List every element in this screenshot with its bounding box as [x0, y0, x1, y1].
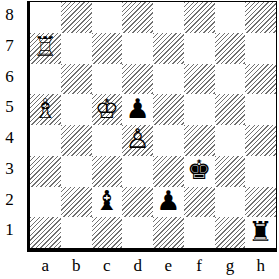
square-f4[interactable]	[184, 125, 215, 156]
file-label-a: a	[30, 256, 61, 276]
chess-diagram-page: ♖♗♔♟♙♚♝♟♜ 87654321 abcdefgh	[0, 0, 279, 279]
square-e3[interactable]	[153, 156, 184, 187]
piece-black-pawn[interactable]: ♟	[156, 187, 180, 216]
piece-black-king[interactable]: ♚	[187, 156, 211, 185]
piece-black-pawn[interactable]: ♟	[126, 94, 150, 123]
square-h3[interactable]	[245, 156, 276, 187]
square-e6[interactable]	[153, 64, 184, 95]
square-c3[interactable]	[92, 156, 123, 187]
square-c8[interactable]	[92, 2, 123, 33]
square-c5[interactable]: ♔	[92, 94, 123, 125]
square-b8[interactable]	[61, 2, 92, 33]
square-h1[interactable]: ♜	[245, 217, 276, 248]
square-a6[interactable]	[30, 64, 61, 95]
piece-white-bishop[interactable]: ♗	[33, 94, 57, 123]
square-f1[interactable]	[184, 217, 215, 248]
file-label-f: f	[184, 256, 215, 276]
chess-board: ♖♗♔♟♙♚♝♟♜	[30, 2, 276, 248]
square-h2[interactable]	[245, 187, 276, 218]
file-label-c: c	[92, 256, 123, 276]
square-c7[interactable]	[92, 33, 123, 64]
square-c1[interactable]	[92, 217, 123, 248]
square-a4[interactable]	[30, 125, 61, 156]
square-f5[interactable]	[184, 94, 215, 125]
square-e2[interactable]: ♟	[153, 187, 184, 218]
square-c2[interactable]: ♝	[92, 187, 123, 218]
square-f7[interactable]	[184, 33, 215, 64]
square-d7[interactable]	[122, 33, 153, 64]
rank-label-5: 5	[1, 98, 18, 116]
square-f3[interactable]: ♚	[184, 156, 215, 187]
square-a3[interactable]	[30, 156, 61, 187]
square-g3[interactable]	[215, 156, 246, 187]
square-c6[interactable]	[92, 64, 123, 95]
piece-white-pawn[interactable]: ♙	[126, 125, 150, 154]
square-g5[interactable]	[215, 94, 246, 125]
piece-black-bishop[interactable]: ♝	[95, 187, 119, 216]
square-g4[interactable]	[215, 125, 246, 156]
square-g1[interactable]	[215, 217, 246, 248]
rank-label-2: 2	[1, 191, 18, 209]
square-d6[interactable]	[122, 64, 153, 95]
square-g6[interactable]	[215, 64, 246, 95]
rank-label-1: 1	[1, 221, 18, 239]
square-a8[interactable]	[30, 2, 61, 33]
rank-label-8: 8	[1, 6, 18, 24]
square-e5[interactable]	[153, 94, 184, 125]
file-label-b: b	[61, 256, 92, 276]
square-b6[interactable]	[61, 64, 92, 95]
square-h8[interactable]	[245, 2, 276, 33]
square-h5[interactable]	[245, 94, 276, 125]
rank-label-6: 6	[1, 68, 18, 86]
square-d4[interactable]: ♙	[122, 125, 153, 156]
square-a5[interactable]: ♗	[30, 94, 61, 125]
piece-white-king[interactable]: ♔	[95, 94, 119, 123]
square-a7[interactable]: ♖	[30, 33, 61, 64]
square-c4[interactable]	[92, 125, 123, 156]
square-f6[interactable]	[184, 64, 215, 95]
square-a1[interactable]	[30, 217, 61, 248]
rank-label-4: 4	[1, 129, 18, 147]
file-label-d: d	[122, 256, 153, 276]
square-b2[interactable]	[61, 187, 92, 218]
square-e1[interactable]	[153, 217, 184, 248]
square-g8[interactable]	[215, 2, 246, 33]
square-e4[interactable]	[153, 125, 184, 156]
square-b7[interactable]	[61, 33, 92, 64]
square-g7[interactable]	[215, 33, 246, 64]
square-e8[interactable]	[153, 2, 184, 33]
piece-white-rook[interactable]: ♖	[33, 33, 57, 62]
piece-black-rook[interactable]: ♜	[249, 217, 273, 246]
square-g2[interactable]	[215, 187, 246, 218]
file-label-e: e	[153, 256, 184, 276]
square-h6[interactable]	[245, 64, 276, 95]
square-b1[interactable]	[61, 217, 92, 248]
square-d5[interactable]: ♟	[122, 94, 153, 125]
square-b4[interactable]	[61, 125, 92, 156]
square-h7[interactable]	[245, 33, 276, 64]
square-h4[interactable]	[245, 125, 276, 156]
rank-label-3: 3	[1, 160, 18, 178]
square-d1[interactable]	[122, 217, 153, 248]
square-f2[interactable]	[184, 187, 215, 218]
file-label-g: g	[215, 256, 246, 276]
square-d8[interactable]	[122, 2, 153, 33]
rank-label-7: 7	[1, 37, 18, 55]
square-a2[interactable]	[30, 187, 61, 218]
square-f8[interactable]	[184, 2, 215, 33]
board-frame: ♖♗♔♟♙♚♝♟♜	[27, 1, 277, 252]
file-label-h: h	[245, 256, 276, 276]
square-e7[interactable]	[153, 33, 184, 64]
square-b3[interactable]	[61, 156, 92, 187]
square-d2[interactable]	[122, 187, 153, 218]
square-b5[interactable]	[61, 94, 92, 125]
square-d3[interactable]	[122, 156, 153, 187]
